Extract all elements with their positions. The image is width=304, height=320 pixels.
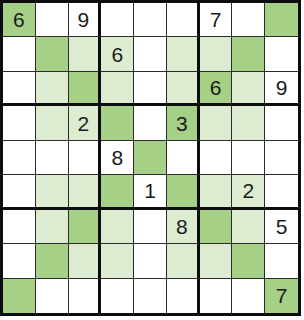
cell-digit: 7 [210,9,222,30]
cell-r6c5[interactable]: 8 [167,210,200,244]
cell-digit: 9 [78,9,90,30]
cell-r3c4[interactable] [134,106,167,140]
cell-r1c8[interactable] [265,37,298,71]
cell-r2c1[interactable] [36,72,69,106]
cell-r0c8[interactable] [265,3,298,37]
cell-digit: 6 [210,77,222,98]
cell-r0c2[interactable]: 9 [69,3,102,37]
cell-r8c0[interactable] [3,279,36,313]
cell-r7c0[interactable] [3,244,36,278]
cell-r5c6[interactable] [200,175,233,209]
cell-r6c8[interactable]: 5 [265,210,298,244]
cell-r7c6[interactable] [200,244,233,278]
cell-digit: 1 [144,180,156,201]
cell-r2c6[interactable]: 6 [200,72,233,106]
cell-r7c8[interactable] [265,244,298,278]
cell-digit: 7 [276,285,288,306]
cell-r5c3[interactable] [101,175,134,209]
cell-r3c5[interactable]: 3 [167,106,200,140]
cell-digit: 2 [78,113,90,134]
cell-r0c4[interactable] [134,3,167,37]
cell-r1c6[interactable] [200,37,233,71]
cell-r3c3[interactable] [101,106,134,140]
cell-digit: 9 [276,77,288,98]
cell-r6c6[interactable] [200,210,233,244]
cell-r3c6[interactable] [200,106,233,140]
cell-r2c4[interactable] [134,72,167,106]
cell-r4c4[interactable] [134,141,167,175]
cell-r7c2[interactable] [69,244,102,278]
cell-r7c4[interactable] [134,244,167,278]
cell-r1c2[interactable] [69,37,102,71]
cell-r6c2[interactable] [69,210,102,244]
cell-r8c6[interactable] [200,279,233,313]
cell-r4c5[interactable] [167,141,200,175]
cell-r0c3[interactable] [101,3,134,37]
cell-r8c7[interactable] [232,279,265,313]
cell-r7c7[interactable] [232,244,265,278]
cell-r5c1[interactable] [36,175,69,209]
cell-r1c0[interactable] [3,37,36,71]
cell-r8c5[interactable] [167,279,200,313]
cell-r3c2[interactable]: 2 [69,106,102,140]
cell-digit: 2 [242,180,254,201]
cell-r4c6[interactable] [200,141,233,175]
cell-digit: 8 [176,216,188,237]
cell-r3c0[interactable] [3,106,36,140]
cell-r1c1[interactable] [36,37,69,71]
cell-digit: 6 [111,44,123,65]
cell-r3c1[interactable] [36,106,69,140]
cell-digit: 8 [111,147,123,168]
cell-r4c0[interactable] [3,141,36,175]
cell-r0c5[interactable] [167,3,200,37]
cell-r6c0[interactable] [3,210,36,244]
cell-r6c1[interactable] [36,210,69,244]
cell-r0c7[interactable] [232,3,265,37]
cell-r2c0[interactable] [3,72,36,106]
cell-r0c0[interactable]: 6 [3,3,36,37]
cell-digit: 6 [13,9,25,30]
cell-r1c3[interactable]: 6 [101,37,134,71]
cell-digit: 3 [176,113,188,134]
cell-r1c7[interactable] [232,37,265,71]
cell-r2c5[interactable] [167,72,200,106]
sudoku-grid: 69766923812857 [3,3,298,313]
cell-r5c2[interactable] [69,175,102,209]
cell-r3c7[interactable] [232,106,265,140]
cell-r4c8[interactable] [265,141,298,175]
cell-r5c4[interactable]: 1 [134,175,167,209]
cell-digit: 5 [276,216,288,237]
cell-r5c7[interactable]: 2 [232,175,265,209]
cell-r5c8[interactable] [265,175,298,209]
cell-r5c0[interactable] [3,175,36,209]
cell-r4c7[interactable] [232,141,265,175]
cell-r2c2[interactable] [69,72,102,106]
cell-r6c7[interactable] [232,210,265,244]
cell-r8c3[interactable] [101,279,134,313]
cell-r4c1[interactable] [36,141,69,175]
cell-r6c3[interactable] [101,210,134,244]
cell-r8c8[interactable]: 7 [265,279,298,313]
cell-r1c4[interactable] [134,37,167,71]
cell-r2c7[interactable] [232,72,265,106]
sudoku-board: 69766923812857 [0,0,301,316]
cell-r8c4[interactable] [134,279,167,313]
cell-r0c1[interactable] [36,3,69,37]
cell-r7c3[interactable] [101,244,134,278]
cell-r3c8[interactable] [265,106,298,140]
cell-r0c6[interactable]: 7 [200,3,233,37]
cell-r7c1[interactable] [36,244,69,278]
cell-r2c8[interactable]: 9 [265,72,298,106]
cell-r7c5[interactable] [167,244,200,278]
cell-r6c4[interactable] [134,210,167,244]
cell-r1c5[interactable] [167,37,200,71]
cell-r2c3[interactable] [101,72,134,106]
cell-r4c3[interactable]: 8 [101,141,134,175]
cell-r5c5[interactable] [167,175,200,209]
cell-r8c1[interactable] [36,279,69,313]
cell-r4c2[interactable] [69,141,102,175]
sudoku-page: 69766923812857 [0,0,304,320]
cell-r8c2[interactable] [69,279,102,313]
